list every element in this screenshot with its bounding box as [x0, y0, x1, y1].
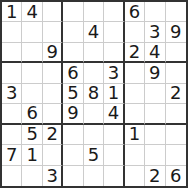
cell-r4c2[interactable] — [22, 63, 42, 83]
cell-r9c6[interactable] — [104, 166, 124, 186]
cell-r6c6[interactable]: 4 — [104, 104, 124, 124]
sudoku-board: 14643992463935812694521715326 — [0, 0, 188, 188]
cell-r5c3[interactable] — [43, 84, 63, 104]
cell-r1c2[interactable]: 4 — [22, 2, 42, 22]
cell-r9c1[interactable] — [2, 166, 22, 186]
cell-r1c5[interactable] — [84, 2, 104, 22]
cell-r2c9[interactable]: 9 — [166, 22, 186, 42]
cell-r4c1[interactable] — [2, 63, 22, 83]
cell-r8c2[interactable]: 1 — [22, 145, 42, 165]
cell-r4c6[interactable]: 3 — [104, 63, 124, 83]
cell-r1c1[interactable]: 1 — [2, 2, 22, 22]
cell-r2c1[interactable] — [2, 22, 22, 42]
cell-r9c7[interactable] — [125, 166, 145, 186]
cell-r6c1[interactable] — [2, 104, 22, 124]
cell-r5c2[interactable] — [22, 84, 42, 104]
cell-r9c4[interactable] — [63, 166, 83, 186]
cell-r6c8[interactable] — [145, 104, 165, 124]
cell-r8c3[interactable] — [43, 145, 63, 165]
cell-r6c7[interactable] — [125, 104, 145, 124]
cell-r7c7[interactable]: 1 — [125, 125, 145, 145]
cell-r4c5[interactable] — [84, 63, 104, 83]
cell-r9c9[interactable]: 6 — [166, 166, 186, 186]
cell-r3c4[interactable] — [63, 43, 83, 63]
cell-r5c8[interactable] — [145, 84, 165, 104]
cell-r1c4[interactable] — [63, 2, 83, 22]
cell-r3c2[interactable] — [22, 43, 42, 63]
cell-r2c2[interactable] — [22, 22, 42, 42]
cell-r8c5[interactable]: 5 — [84, 145, 104, 165]
cell-r4c9[interactable] — [166, 63, 186, 83]
cell-r1c3[interactable] — [43, 2, 63, 22]
cell-r9c3[interactable]: 3 — [43, 166, 63, 186]
cell-r7c9[interactable] — [166, 125, 186, 145]
cell-r3c7[interactable]: 2 — [125, 43, 145, 63]
cell-r1c6[interactable] — [104, 2, 124, 22]
cell-r6c5[interactable] — [84, 104, 104, 124]
cell-r2c4[interactable] — [63, 22, 83, 42]
cell-r7c3[interactable]: 2 — [43, 125, 63, 145]
cell-r9c8[interactable]: 2 — [145, 166, 165, 186]
cell-r2c6[interactable] — [104, 22, 124, 42]
cell-r8c1[interactable]: 7 — [2, 145, 22, 165]
cell-r7c6[interactable] — [104, 125, 124, 145]
cell-r5c4[interactable]: 5 — [63, 84, 83, 104]
cell-r1c8[interactable] — [145, 2, 165, 22]
cell-r5c6[interactable]: 1 — [104, 84, 124, 104]
cell-r5c1[interactable]: 3 — [2, 84, 22, 104]
cell-r8c7[interactable] — [125, 145, 145, 165]
cell-r6c2[interactable]: 6 — [22, 104, 42, 124]
cell-r5c7[interactable] — [125, 84, 145, 104]
cell-r8c4[interactable] — [63, 145, 83, 165]
cell-r8c8[interactable] — [145, 145, 165, 165]
cell-r7c8[interactable] — [145, 125, 165, 145]
cell-r3c1[interactable] — [2, 43, 22, 63]
cell-r8c9[interactable] — [166, 145, 186, 165]
cell-r4c3[interactable] — [43, 63, 63, 83]
cell-r6c3[interactable] — [43, 104, 63, 124]
cell-r4c4[interactable]: 6 — [63, 63, 83, 83]
cell-r3c8[interactable]: 4 — [145, 43, 165, 63]
cell-r1c7[interactable]: 6 — [125, 2, 145, 22]
cell-r7c5[interactable] — [84, 125, 104, 145]
cell-r7c2[interactable]: 5 — [22, 125, 42, 145]
cell-r4c7[interactable] — [125, 63, 145, 83]
cell-r3c9[interactable] — [166, 43, 186, 63]
cell-r9c5[interactable] — [84, 166, 104, 186]
cell-r1c9[interactable] — [166, 2, 186, 22]
cell-r7c4[interactable] — [63, 125, 83, 145]
cell-r5c5[interactable]: 8 — [84, 84, 104, 104]
cell-r3c6[interactable] — [104, 43, 124, 63]
cell-r2c5[interactable]: 4 — [84, 22, 104, 42]
cell-r2c8[interactable]: 3 — [145, 22, 165, 42]
cell-r2c7[interactable] — [125, 22, 145, 42]
cell-r3c5[interactable] — [84, 43, 104, 63]
cell-r3c3[interactable]: 9 — [43, 43, 63, 63]
cell-r8c6[interactable] — [104, 145, 124, 165]
cell-r2c3[interactable] — [43, 22, 63, 42]
cell-r7c1[interactable] — [2, 125, 22, 145]
cell-r9c2[interactable] — [22, 166, 42, 186]
cell-r4c8[interactable]: 9 — [145, 63, 165, 83]
cell-r6c9[interactable] — [166, 104, 186, 124]
cell-r6c4[interactable]: 9 — [63, 104, 83, 124]
cell-r5c9[interactable]: 2 — [166, 84, 186, 104]
